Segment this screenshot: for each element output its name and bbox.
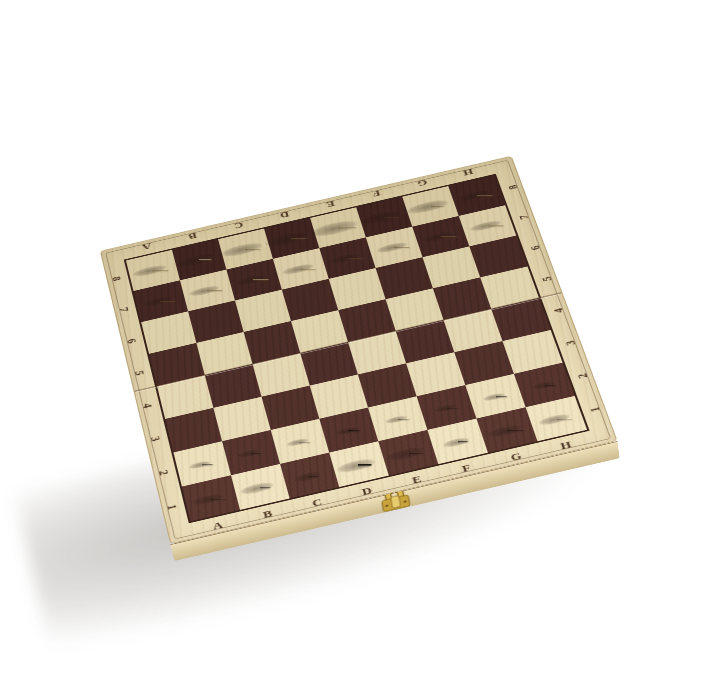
photo-scene: ABCDEFGH ABCDEFGH 87654321 87654321 ♜♞♝♛…: [0, 0, 705, 684]
piece-black-knight-b1: ♞: [235, 441, 285, 497]
chess-box: ABCDEFGH ABCDEFGH 87654321 87654321 ♜♞♝♛…: [100, 156, 618, 544]
piece-black-bishop-f1: ♝: [439, 405, 478, 448]
perspective-container: ABCDEFGH ABCDEFGH 87654321 87654321 ♜♞♝♛…: [0, 0, 705, 684]
